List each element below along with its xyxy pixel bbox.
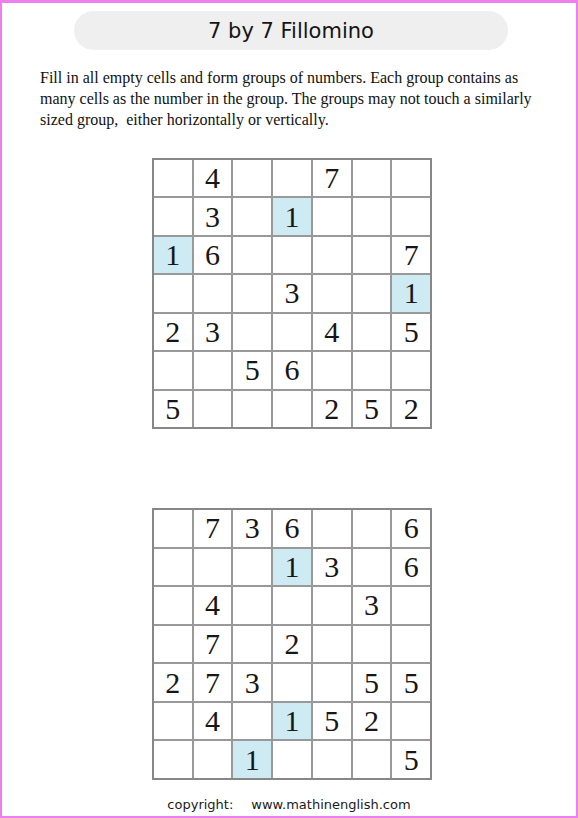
puzzle-2-cell-r2-c5: 3 [313,549,351,586]
puzzle-2-cell-r5-c2: 7 [194,664,232,701]
puzzle-2-cell-r4-c7[interactable] [392,626,430,663]
puzzle-2-cell-r7-c5[interactable] [313,741,351,778]
puzzle-1-cell-r5-c7: 5 [392,314,430,350]
puzzle-2-cell-r6-c3[interactable] [233,703,271,740]
puzzle-2-cell-r6-c7[interactable] [392,703,430,740]
puzzle-1-cell-r5-c4[interactable] [273,314,311,350]
fillomino-grid-1: 4731167312345565252 [152,158,432,429]
title-banner: 7 by 7 Fillomino [74,11,508,50]
puzzle-2-cell-r5-c6: 5 [353,664,391,701]
puzzle-1-cell-r2-c6[interactable] [353,198,391,234]
puzzle-2-cell-r1-c1[interactable] [154,510,192,547]
puzzle-1-cell-r3-c1: 1 [154,237,192,273]
puzzle-2-cell-r6-c1[interactable] [154,703,192,740]
puzzle-2-cell-r7-c3: 1 [233,741,271,778]
puzzle-2-cell-r1-c5[interactable] [313,510,351,547]
puzzle-1-cell-r6-c6[interactable] [353,352,391,388]
puzzle-1-cell-r2-c5[interactable] [313,198,351,234]
puzzle-2-cell-r6-c5: 5 [313,703,351,740]
puzzle-1-cell-r4-c6[interactable] [353,275,391,311]
puzzle-1-cell-r4-c7: 1 [392,275,430,311]
puzzle-2-cell-r1-c4: 6 [273,510,311,547]
puzzle-1-cell-r7-c5: 2 [313,391,351,427]
puzzle-1-cell-r3-c4[interactable] [273,237,311,273]
copyright: copyright:www.mathinenglish.com [2,797,576,812]
copyright-label: copyright: [167,797,233,812]
puzzle-1-cell-r6-c2[interactable] [194,352,232,388]
puzzle-1-cell-r3-c5[interactable] [313,237,351,273]
puzzle-1-cell-r6-c3: 5 [233,352,271,388]
puzzle-1-cell-r4-c5[interactable] [313,275,351,311]
puzzle-1-cell-r2-c2: 3 [194,198,232,234]
page-title: 7 by 7 Fillomino [208,19,374,43]
puzzle-1-cell-r3-c6[interactable] [353,237,391,273]
puzzle-1-cell-r2-c3[interactable] [233,198,271,234]
puzzle-1-cell-r4-c2[interactable] [194,275,232,311]
puzzle-1-cell-r5-c3[interactable] [233,314,271,350]
puzzle-2-cell-r6-c4: 1 [273,703,311,740]
puzzle-2-cell-r7-c7: 5 [392,741,430,778]
puzzle-1-cell-r5-c2: 3 [194,314,232,350]
puzzle-2-cell-r2-c6[interactable] [353,549,391,586]
puzzle-2-cell-r3-c2: 4 [194,587,232,624]
puzzle-1-cell-r1-c2: 4 [194,160,232,196]
worksheet-page: 7 by 7 Fillomino Fill in all empty cells… [0,0,578,818]
puzzle-2-cell-r3-c3[interactable] [233,587,271,624]
puzzle-1-cell-r6-c7[interactable] [392,352,430,388]
puzzle-2-cell-r2-c4: 1 [273,549,311,586]
puzzle-1-cell-r3-c7: 7 [392,237,430,273]
puzzle-2-cell-r1-c6[interactable] [353,510,391,547]
instructions-line-2: many cells as the number in the group. T… [40,88,532,109]
puzzle-2-cell-r4-c5[interactable] [313,626,351,663]
puzzle-1-cell-r3-c2: 6 [194,237,232,273]
puzzle-1-cell-r7-c1: 5 [154,391,192,427]
puzzle-1-cell-r2-c7[interactable] [392,198,430,234]
puzzle-1-cell-r1-c4[interactable] [273,160,311,196]
puzzle-1-cell-r7-c4[interactable] [273,391,311,427]
puzzle-2-cell-r4-c1[interactable] [154,626,192,663]
puzzle-1-cell-r4-c4: 3 [273,275,311,311]
puzzle-2-cell-r7-c6[interactable] [353,741,391,778]
puzzle-2-cell-r4-c3[interactable] [233,626,271,663]
puzzle-1-cell-r6-c5[interactable] [313,352,351,388]
fillomino-grid-2: 7366136437227355415215 [152,508,432,780]
puzzle-2-cell-r1-c3: 3 [233,510,271,547]
puzzle-2-cell-r5-c1: 2 [154,664,192,701]
puzzle-2-cell-r3-c7[interactable] [392,587,430,624]
puzzle-2-cell-r5-c4[interactable] [273,664,311,701]
puzzle-2-cell-r1-c2: 7 [194,510,232,547]
puzzle-1-cell-r4-c1[interactable] [154,275,192,311]
puzzle-2-cell-r3-c4[interactable] [273,587,311,624]
puzzle-1-cell-r1-c3[interactable] [233,160,271,196]
puzzle-2-cell-r5-c7: 5 [392,664,430,701]
puzzle-2-cell-r1-c7: 6 [392,510,430,547]
puzzle-1-cell-r1-c1[interactable] [154,160,192,196]
puzzle-1-cell-r5-c1: 2 [154,314,192,350]
puzzle-2-cell-r7-c1[interactable] [154,741,192,778]
puzzle-2-cell-r6-c6: 2 [353,703,391,740]
puzzle-1-cell-r6-c4: 6 [273,352,311,388]
puzzle-2-cell-r4-c2: 7 [194,626,232,663]
puzzle-2-cell-r7-c4[interactable] [273,741,311,778]
instructions-line-1: Fill in all empty cells and form groups … [40,67,532,88]
puzzle-1-cell-r2-c1[interactable] [154,198,192,234]
puzzle-2-cell-r4-c4: 2 [273,626,311,663]
puzzle-2-cell-r3-c5[interactable] [313,587,351,624]
puzzle-1-cell-r7-c7: 2 [392,391,430,427]
puzzle-1-cell-r5-c6[interactable] [353,314,391,350]
puzzle-2-cell-r3-c1[interactable] [154,587,192,624]
puzzle-1-cell-r2-c4: 1 [273,198,311,234]
puzzle-1-cell-r7-c2[interactable] [194,391,232,427]
puzzle-1-cell-r1-c5: 7 [313,160,351,196]
puzzle-2-cell-r2-c1[interactable] [154,549,192,586]
puzzle-2-cell-r5-c3: 3 [233,664,271,701]
puzzle-1-cell-r6-c1[interactable] [154,352,192,388]
puzzle-2-cell-r2-c7: 6 [392,549,430,586]
puzzle-1-cell-r1-c6[interactable] [353,160,391,196]
puzzle-1-cell-r7-c3[interactable] [233,391,271,427]
puzzle-1-cell-r1-c7[interactable] [392,160,430,196]
puzzle-1-cell-r4-c3[interactable] [233,275,271,311]
puzzle-1-cell-r5-c5: 4 [313,314,351,350]
copyright-site: www.mathinenglish.com [251,797,410,812]
instructions: Fill in all empty cells and form groups … [40,67,532,130]
instructions-line-3: sized group, either horizontally or vert… [40,109,532,130]
puzzle-2-cell-r3-c6: 3 [353,587,391,624]
puzzle-1-cell-r7-c6: 5 [353,391,391,427]
puzzle-2-cell-r4-c6[interactable] [353,626,391,663]
puzzle-2-cell-r5-c5[interactable] [313,664,351,701]
puzzle-1-cell-r3-c3[interactable] [233,237,271,273]
puzzle-2-cell-r6-c2: 4 [194,703,232,740]
puzzle-2-cell-r2-c3[interactable] [233,549,271,586]
puzzle-2-cell-r7-c2[interactable] [194,741,232,778]
puzzle-2-cell-r2-c2[interactable] [194,549,232,586]
